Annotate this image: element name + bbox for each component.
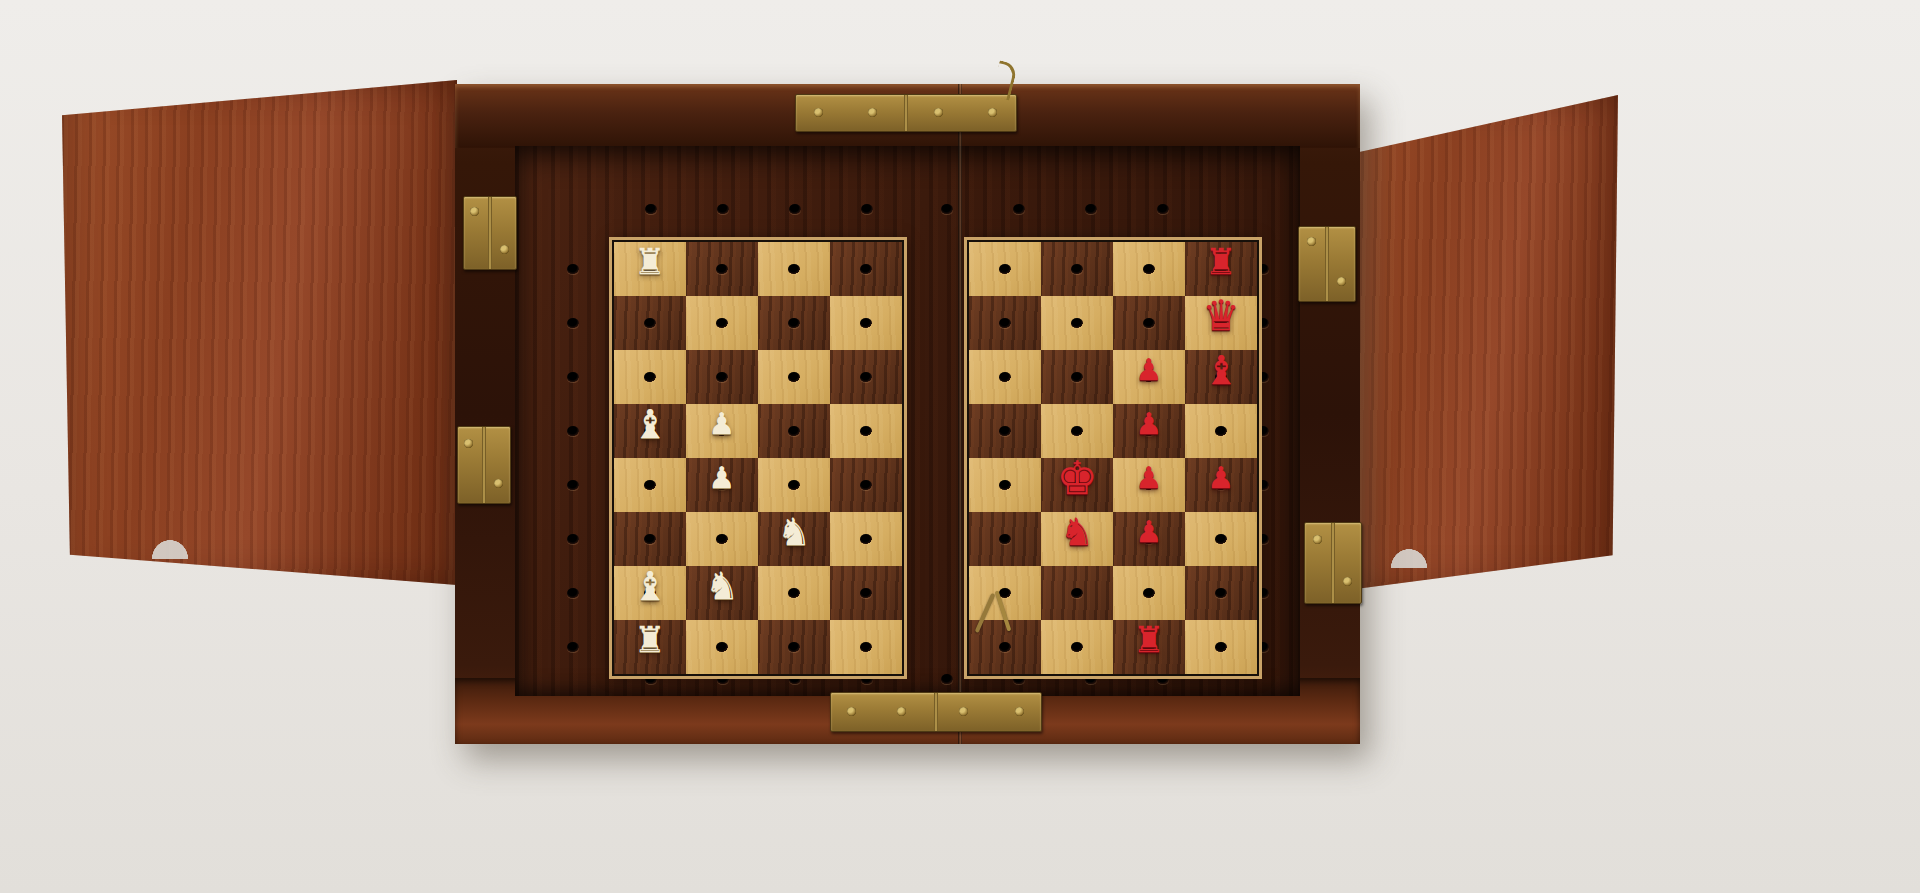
- right-lid-hinge-upper: [1298, 226, 1356, 302]
- peg-hole: [644, 318, 656, 328]
- peg-hole: [999, 588, 1011, 598]
- peg-hole: [788, 318, 800, 328]
- square-e4[interactable]: [830, 404, 902, 458]
- square-f4[interactable]: [830, 350, 902, 404]
- piece-red-pawn-d7[interactable]: ♟: [1136, 463, 1163, 493]
- right-lid-hinge-lower: [1304, 522, 1362, 604]
- square-h5[interactable]: [969, 242, 1041, 296]
- square-c2[interactable]: [686, 512, 758, 566]
- square-g3[interactable]: [758, 296, 830, 350]
- peg-hole: [1215, 588, 1227, 598]
- piece-red-bishop-f8[interactable]: ♝: [1203, 350, 1239, 390]
- storage-peg-hole: [861, 204, 873, 214]
- peg-hole: [860, 642, 872, 652]
- square-h3[interactable]: [758, 242, 830, 296]
- right-lid-finger-notch: [1386, 544, 1432, 568]
- peg-hole: [1143, 588, 1155, 598]
- peg-hole: [999, 264, 1011, 274]
- piece-red-knight-c6[interactable]: ♞: [1060, 513, 1094, 551]
- storage-peg-hole: [717, 204, 729, 214]
- square-h8[interactable]: ♜: [1185, 242, 1257, 296]
- square-h2[interactable]: [686, 242, 758, 296]
- storage-peg-hole: [941, 674, 953, 684]
- storage-peg-hole: [567, 534, 579, 544]
- storage-peg-hole: [567, 372, 579, 382]
- piece-red-pawn-e7[interactable]: ♟: [1136, 409, 1163, 439]
- storage-peg-hole: [1085, 204, 1097, 214]
- peg-hole: [860, 534, 872, 544]
- piece-white-bishop-e1[interactable]: ♝: [632, 404, 668, 444]
- storage-peg-hole: [567, 480, 579, 490]
- chess-box-body: ♜♝♟♟♞♝♞♜ ♜♛♟♝♟♚♟♟♞♟♜: [455, 84, 1360, 744]
- square-h1[interactable]: ♜: [614, 242, 686, 296]
- peg-hole: [1215, 426, 1227, 436]
- piece-red-queen-g8[interactable]: ♛: [1202, 295, 1240, 337]
- left-lid-flap: [62, 80, 457, 585]
- square-c8[interactable]: [1185, 512, 1257, 566]
- piece-white-pawn-e2[interactable]: ♟: [709, 409, 736, 439]
- peg-hole: [1143, 264, 1155, 274]
- square-b2[interactable]: ♞: [686, 566, 758, 620]
- storage-peg-hole: [941, 204, 953, 214]
- square-d5[interactable]: [969, 458, 1041, 512]
- travel-chess-set-photo: ♜♝♟♟♞♝♞♜ ♜♛♟♝♟♚♟♟♞♟♜: [0, 0, 1920, 893]
- piece-red-rook-a7[interactable]: ♜: [1133, 622, 1165, 658]
- square-b4[interactable]: [830, 566, 902, 620]
- piece-red-pawn-c7[interactable]: ♟: [1136, 517, 1163, 547]
- piece-white-knight-c3[interactable]: ♞: [777, 513, 811, 551]
- peg-hole: [788, 588, 800, 598]
- peg-hole: [716, 372, 728, 382]
- square-a1[interactable]: ♜: [614, 620, 686, 674]
- square-b7[interactable]: [1113, 566, 1185, 620]
- square-d2[interactable]: ♟: [686, 458, 758, 512]
- square-e6[interactable]: [1041, 404, 1113, 458]
- square-f7[interactable]: ♟: [1113, 350, 1185, 404]
- storage-peg-hole: [567, 426, 579, 436]
- storage-peg-hole: [789, 204, 801, 214]
- square-a6[interactable]: [1041, 620, 1113, 674]
- bottom-fold-hinge: [830, 692, 1042, 732]
- square-b3[interactable]: [758, 566, 830, 620]
- peg-hole: [644, 480, 656, 490]
- square-c3[interactable]: ♞: [758, 512, 830, 566]
- square-a2[interactable]: [686, 620, 758, 674]
- peg-hole: [1071, 372, 1083, 382]
- peg-hole: [1071, 264, 1083, 274]
- square-a4[interactable]: [830, 620, 902, 674]
- peg-hole: [860, 372, 872, 382]
- square-b1[interactable]: ♝: [614, 566, 686, 620]
- square-g7[interactable]: [1113, 296, 1185, 350]
- peg-hole: [788, 264, 800, 274]
- peg-hole: [1071, 426, 1083, 436]
- square-h7[interactable]: [1113, 242, 1185, 296]
- square-c7[interactable]: ♟: [1113, 512, 1185, 566]
- square-e1[interactable]: ♝: [614, 404, 686, 458]
- square-c5[interactable]: [969, 512, 1041, 566]
- peg-hole: [999, 642, 1011, 652]
- square-c1[interactable]: [614, 512, 686, 566]
- storage-peg-hole: [567, 318, 579, 328]
- square-a8[interactable]: [1185, 620, 1257, 674]
- board-right-leaf: ♜♛♟♝♟♚♟♟♞♟♜: [967, 240, 1259, 676]
- square-c4[interactable]: [830, 512, 902, 566]
- square-f2[interactable]: [686, 350, 758, 404]
- board-fold-line: [958, 84, 962, 744]
- square-e7[interactable]: ♟: [1113, 404, 1185, 458]
- piece-red-king-d6[interactable]: ♚: [1056, 455, 1097, 501]
- square-d4[interactable]: [830, 458, 902, 512]
- piece-white-rook-a1[interactable]: ♜: [634, 622, 666, 658]
- storage-peg-hole: [567, 642, 579, 652]
- board-left-leaf: ♜♝♟♟♞♝♞♜: [612, 240, 904, 676]
- square-h4[interactable]: [830, 242, 902, 296]
- peg-hole: [1215, 534, 1227, 544]
- peg-hole: [860, 588, 872, 598]
- square-d6[interactable]: ♚: [1041, 458, 1113, 512]
- peg-hole: [644, 534, 656, 544]
- square-b6[interactable]: [1041, 566, 1113, 620]
- left-lid-finger-notch: [147, 535, 193, 559]
- piece-red-pawn-f7[interactable]: ♟: [1136, 355, 1163, 385]
- square-f6[interactable]: [1041, 350, 1113, 404]
- storage-peg-hole: [645, 204, 657, 214]
- peg-hole: [1143, 318, 1155, 328]
- peg-hole: [788, 426, 800, 436]
- peg-hole: [860, 264, 872, 274]
- square-d7[interactable]: ♟: [1113, 458, 1185, 512]
- square-f3[interactable]: [758, 350, 830, 404]
- square-f1[interactable]: [614, 350, 686, 404]
- peg-hole: [999, 372, 1011, 382]
- square-h6[interactable]: [1041, 242, 1113, 296]
- left-lid-hinge-lower: [457, 426, 511, 504]
- square-g6[interactable]: [1041, 296, 1113, 350]
- piece-white-knight-b2[interactable]: ♞: [705, 567, 739, 605]
- peg-hole: [716, 642, 728, 652]
- square-e2[interactable]: ♟: [686, 404, 758, 458]
- square-e8[interactable]: [1185, 404, 1257, 458]
- peg-hole: [1071, 318, 1083, 328]
- peg-hole: [1215, 642, 1227, 652]
- peg-hole: [999, 426, 1011, 436]
- square-f5[interactable]: [969, 350, 1041, 404]
- piece-white-rook-h1[interactable]: ♜: [634, 244, 666, 280]
- peg-hole: [860, 318, 872, 328]
- peg-hole: [860, 480, 872, 490]
- square-g2[interactable]: [686, 296, 758, 350]
- square-g1[interactable]: [614, 296, 686, 350]
- piece-white-pawn-d2[interactable]: ♟: [709, 463, 736, 493]
- left-lid-hinge-upper: [463, 196, 517, 270]
- piece-red-rook-h8[interactable]: ♜: [1205, 244, 1237, 280]
- peg-hole: [788, 372, 800, 382]
- storage-peg-hole: [1157, 204, 1169, 214]
- right-lid-flap: [1348, 95, 1618, 590]
- square-d8[interactable]: ♟: [1185, 458, 1257, 512]
- square-g8[interactable]: ♛: [1185, 296, 1257, 350]
- peg-hole: [788, 642, 800, 652]
- square-d1[interactable]: [614, 458, 686, 512]
- square-b8[interactable]: [1185, 566, 1257, 620]
- square-g4[interactable]: [830, 296, 902, 350]
- square-g5[interactable]: [969, 296, 1041, 350]
- square-f8[interactable]: ♝: [1185, 350, 1257, 404]
- top-fold-hinge: [795, 94, 1017, 132]
- square-a7[interactable]: ♜: [1113, 620, 1185, 674]
- square-e5[interactable]: [969, 404, 1041, 458]
- peg-hole: [1071, 588, 1083, 598]
- square-a3[interactable]: [758, 620, 830, 674]
- square-e3[interactable]: [758, 404, 830, 458]
- piece-white-bishop-b1[interactable]: ♝: [632, 566, 668, 606]
- peg-hole: [1071, 642, 1083, 652]
- square-c6[interactable]: ♞: [1041, 512, 1113, 566]
- square-d3[interactable]: [758, 458, 830, 512]
- peg-hole: [999, 534, 1011, 544]
- piece-red-pawn-d8[interactable]: ♟: [1208, 463, 1235, 493]
- peg-hole: [716, 264, 728, 274]
- peg-hole: [860, 426, 872, 436]
- storage-peg-hole: [567, 588, 579, 598]
- storage-peg-hole: [1013, 204, 1025, 214]
- peg-hole: [644, 372, 656, 382]
- peg-hole: [716, 318, 728, 328]
- peg-hole: [999, 318, 1011, 328]
- peg-hole: [999, 480, 1011, 490]
- peg-hole: [788, 480, 800, 490]
- peg-hole: [716, 534, 728, 544]
- storage-peg-hole: [567, 264, 579, 274]
